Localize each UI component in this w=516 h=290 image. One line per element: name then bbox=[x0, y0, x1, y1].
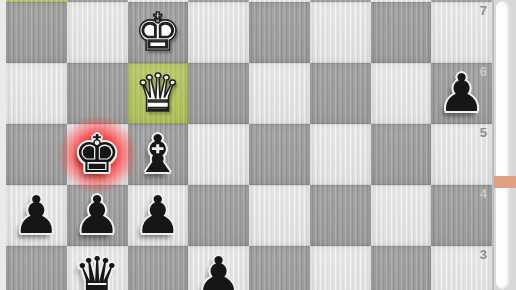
rank-label-3: 3 bbox=[480, 248, 487, 261]
square-h7[interactable]: 7 bbox=[431, 2, 492, 63]
chess-board[interactable]: ♚7♛♟6♚♝5♟♟♟4♛♟3 bbox=[6, 0, 492, 290]
square-b5[interactable]: ♚ bbox=[67, 124, 128, 185]
square-e3[interactable] bbox=[249, 246, 310, 290]
piece-bQ-b3[interactable]: ♛ bbox=[74, 250, 121, 290]
square-h4[interactable]: 4 bbox=[431, 185, 492, 246]
square-h6[interactable]: ♟6 bbox=[431, 63, 492, 124]
square-g5[interactable] bbox=[371, 124, 432, 185]
scroll-position-marker[interactable] bbox=[494, 176, 516, 188]
piece-wK-c7[interactable]: ♚ bbox=[135, 6, 182, 58]
square-a7[interactable] bbox=[6, 2, 67, 63]
square-c7[interactable]: ♚ bbox=[128, 2, 189, 63]
square-e7[interactable] bbox=[249, 2, 310, 63]
square-c4[interactable]: ♟ bbox=[128, 185, 189, 246]
square-a3[interactable] bbox=[6, 246, 67, 290]
square-c3[interactable] bbox=[128, 246, 189, 290]
square-f4[interactable] bbox=[310, 185, 371, 246]
square-e4[interactable] bbox=[249, 185, 310, 246]
square-b6[interactable] bbox=[67, 63, 128, 124]
square-g4[interactable] bbox=[371, 185, 432, 246]
piece-wQ-c6[interactable]: ♛ bbox=[135, 67, 182, 119]
piece-bP-b4[interactable]: ♟ bbox=[74, 189, 121, 241]
square-d5[interactable] bbox=[188, 124, 249, 185]
piece-bB-c5[interactable]: ♝ bbox=[135, 128, 182, 180]
scroll-rail[interactable] bbox=[492, 0, 516, 290]
piece-bP-h6[interactable]: ♟ bbox=[438, 67, 485, 119]
square-b3[interactable]: ♛ bbox=[67, 246, 128, 290]
piece-bP-a4[interactable]: ♟ bbox=[13, 189, 60, 241]
square-g3[interactable] bbox=[371, 246, 432, 290]
app-frame: ♚7♛♟6♚♝5♟♟♟4♛♟3 bbox=[0, 0, 516, 290]
rank-label-5: 5 bbox=[480, 126, 487, 139]
square-a5[interactable] bbox=[6, 124, 67, 185]
square-h5[interactable]: 5 bbox=[431, 124, 492, 185]
square-d6[interactable] bbox=[188, 63, 249, 124]
square-e6[interactable] bbox=[249, 63, 310, 124]
square-d4[interactable] bbox=[188, 185, 249, 246]
square-d7[interactable] bbox=[188, 2, 249, 63]
square-g6[interactable] bbox=[371, 63, 432, 124]
square-g7[interactable] bbox=[371, 2, 432, 63]
square-a4[interactable]: ♟ bbox=[6, 185, 67, 246]
rank-label-7: 7 bbox=[480, 4, 487, 17]
square-b4[interactable]: ♟ bbox=[67, 185, 128, 246]
rank-label-6: 6 bbox=[480, 65, 487, 78]
square-f7[interactable] bbox=[310, 2, 371, 63]
square-c5[interactable]: ♝ bbox=[128, 124, 189, 185]
square-e5[interactable] bbox=[249, 124, 310, 185]
square-f5[interactable] bbox=[310, 124, 371, 185]
piece-bP-d3[interactable]: ♟ bbox=[195, 250, 242, 290]
square-f6[interactable] bbox=[310, 63, 371, 124]
scrollbar-track[interactable] bbox=[496, 1, 511, 289]
square-h3[interactable]: 3 bbox=[431, 246, 492, 290]
rank-label-4: 4 bbox=[480, 187, 487, 200]
square-d3[interactable]: ♟ bbox=[188, 246, 249, 290]
square-a6[interactable] bbox=[6, 63, 67, 124]
piece-bK-b5[interactable]: ♚ bbox=[74, 128, 121, 180]
square-b7[interactable] bbox=[67, 2, 128, 63]
piece-bP-c4[interactable]: ♟ bbox=[135, 189, 182, 241]
square-f3[interactable] bbox=[310, 246, 371, 290]
square-c6[interactable]: ♛ bbox=[128, 63, 189, 124]
